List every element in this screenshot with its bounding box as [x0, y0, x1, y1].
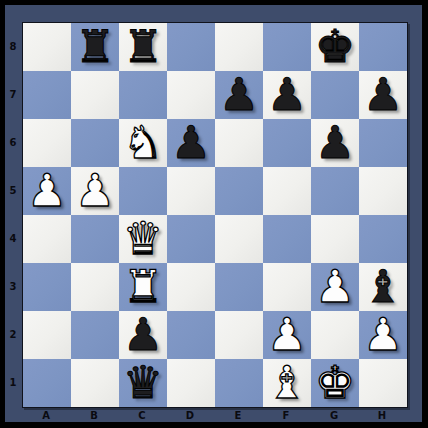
square-f3[interactable]: [263, 263, 311, 311]
square-b1[interactable]: [71, 359, 119, 407]
piece-black-bishop-h3[interactable]: ♝: [363, 263, 403, 311]
square-d4[interactable]: [167, 215, 215, 263]
square-e3[interactable]: [215, 263, 263, 311]
square-f7[interactable]: ♟: [263, 71, 311, 119]
piece-white-knight-c6[interactable]: ♞: [123, 119, 163, 167]
square-e4[interactable]: [215, 215, 263, 263]
square-a8[interactable]: [23, 23, 71, 71]
file-label-a: A: [22, 408, 70, 422]
square-h8[interactable]: [359, 23, 407, 71]
piece-white-pawn-b5[interactable]: ♟: [75, 167, 115, 215]
square-b5[interactable]: ♟: [71, 167, 119, 215]
square-g6[interactable]: ♟: [311, 119, 359, 167]
square-g1[interactable]: ♚: [311, 359, 359, 407]
file-label-b: B: [70, 408, 118, 422]
square-h3[interactable]: ♝: [359, 263, 407, 311]
rank-label-3: 3: [5, 262, 21, 310]
piece-white-king-g1[interactable]: ♚: [315, 359, 355, 407]
chess-board: ♜♜♚♟♟♟♞♟♟♟♟♛♜♟♝♟♟♟♛♝♚: [22, 22, 408, 408]
file-label-d: D: [166, 408, 214, 422]
square-h1[interactable]: [359, 359, 407, 407]
square-c6[interactable]: ♞: [119, 119, 167, 167]
piece-white-queen-c4[interactable]: ♛: [123, 215, 163, 263]
piece-white-pawn-h2[interactable]: ♟: [363, 311, 403, 359]
piece-black-king-g8[interactable]: ♚: [315, 23, 355, 71]
square-c3[interactable]: ♜: [119, 263, 167, 311]
piece-white-pawn-g3[interactable]: ♟: [315, 263, 355, 311]
piece-black-pawn-f7[interactable]: ♟: [267, 71, 307, 119]
square-a7[interactable]: [23, 71, 71, 119]
square-f5[interactable]: [263, 167, 311, 215]
square-c5[interactable]: [119, 167, 167, 215]
square-f4[interactable]: [263, 215, 311, 263]
square-d2[interactable]: [167, 311, 215, 359]
rank-label-6: 6: [5, 118, 21, 166]
square-f1[interactable]: ♝: [263, 359, 311, 407]
rank-label-1: 1: [5, 358, 21, 406]
file-label-f: F: [262, 408, 310, 422]
file-label-h: H: [358, 408, 406, 422]
piece-white-pawn-f2[interactable]: ♟: [267, 311, 307, 359]
square-h6[interactable]: [359, 119, 407, 167]
file-label-c: C: [118, 408, 166, 422]
square-b8[interactable]: ♜: [71, 23, 119, 71]
square-d8[interactable]: [167, 23, 215, 71]
square-e5[interactable]: [215, 167, 263, 215]
square-a3[interactable]: [23, 263, 71, 311]
square-b4[interactable]: [71, 215, 119, 263]
piece-black-rook-b8[interactable]: ♜: [75, 23, 115, 71]
square-a6[interactable]: [23, 119, 71, 167]
piece-black-pawn-e7[interactable]: ♟: [219, 71, 259, 119]
square-e2[interactable]: [215, 311, 263, 359]
square-d5[interactable]: [167, 167, 215, 215]
square-c8[interactable]: ♜: [119, 23, 167, 71]
piece-black-pawn-d6[interactable]: ♟: [171, 119, 211, 167]
board-margin: ♜♜♚♟♟♟♞♟♟♟♟♛♜♟♝♟♟♟♛♝♚ 87654321 ABCDEFGH: [5, 5, 422, 422]
square-d6[interactable]: ♟: [167, 119, 215, 167]
square-e1[interactable]: [215, 359, 263, 407]
square-b6[interactable]: [71, 119, 119, 167]
piece-black-queen-c1[interactable]: ♛: [123, 359, 163, 407]
piece-white-bishop-f1[interactable]: ♝: [267, 359, 307, 407]
square-c4[interactable]: ♛: [119, 215, 167, 263]
square-d3[interactable]: [167, 263, 215, 311]
square-a4[interactable]: [23, 215, 71, 263]
square-h2[interactable]: ♟: [359, 311, 407, 359]
rank-label-7: 7: [5, 70, 21, 118]
square-h5[interactable]: [359, 167, 407, 215]
square-f8[interactable]: [263, 23, 311, 71]
piece-black-rook-c8[interactable]: ♜: [123, 23, 163, 71]
square-b3[interactable]: [71, 263, 119, 311]
square-f2[interactable]: ♟: [263, 311, 311, 359]
square-h7[interactable]: ♟: [359, 71, 407, 119]
square-g5[interactable]: [311, 167, 359, 215]
square-a2[interactable]: [23, 311, 71, 359]
square-g4[interactable]: [311, 215, 359, 263]
square-g8[interactable]: ♚: [311, 23, 359, 71]
rank-label-4: 4: [5, 214, 21, 262]
piece-white-pawn-a5[interactable]: ♟: [27, 167, 67, 215]
square-c7[interactable]: [119, 71, 167, 119]
square-d7[interactable]: [167, 71, 215, 119]
square-a1[interactable]: [23, 359, 71, 407]
square-c1[interactable]: ♛: [119, 359, 167, 407]
square-g3[interactable]: ♟: [311, 263, 359, 311]
file-label-e: E: [214, 408, 262, 422]
square-e7[interactable]: ♟: [215, 71, 263, 119]
piece-black-pawn-g6[interactable]: ♟: [315, 119, 355, 167]
square-e8[interactable]: [215, 23, 263, 71]
square-f6[interactable]: [263, 119, 311, 167]
square-c2[interactable]: ♟: [119, 311, 167, 359]
square-h4[interactable]: [359, 215, 407, 263]
square-a5[interactable]: ♟: [23, 167, 71, 215]
square-d1[interactable]: [167, 359, 215, 407]
file-label-g: G: [310, 408, 358, 422]
square-g7[interactable]: [311, 71, 359, 119]
square-e6[interactable]: [215, 119, 263, 167]
piece-white-rook-c3[interactable]: ♜: [123, 263, 163, 311]
square-b2[interactable]: [71, 311, 119, 359]
rank-label-2: 2: [5, 310, 21, 358]
piece-black-pawn-h7[interactable]: ♟: [363, 71, 403, 119]
rank-label-8: 8: [5, 22, 21, 70]
rank-label-5: 5: [5, 166, 21, 214]
square-g2[interactable]: [311, 311, 359, 359]
piece-black-pawn-c2[interactable]: ♟: [123, 311, 163, 359]
square-b7[interactable]: [71, 71, 119, 119]
